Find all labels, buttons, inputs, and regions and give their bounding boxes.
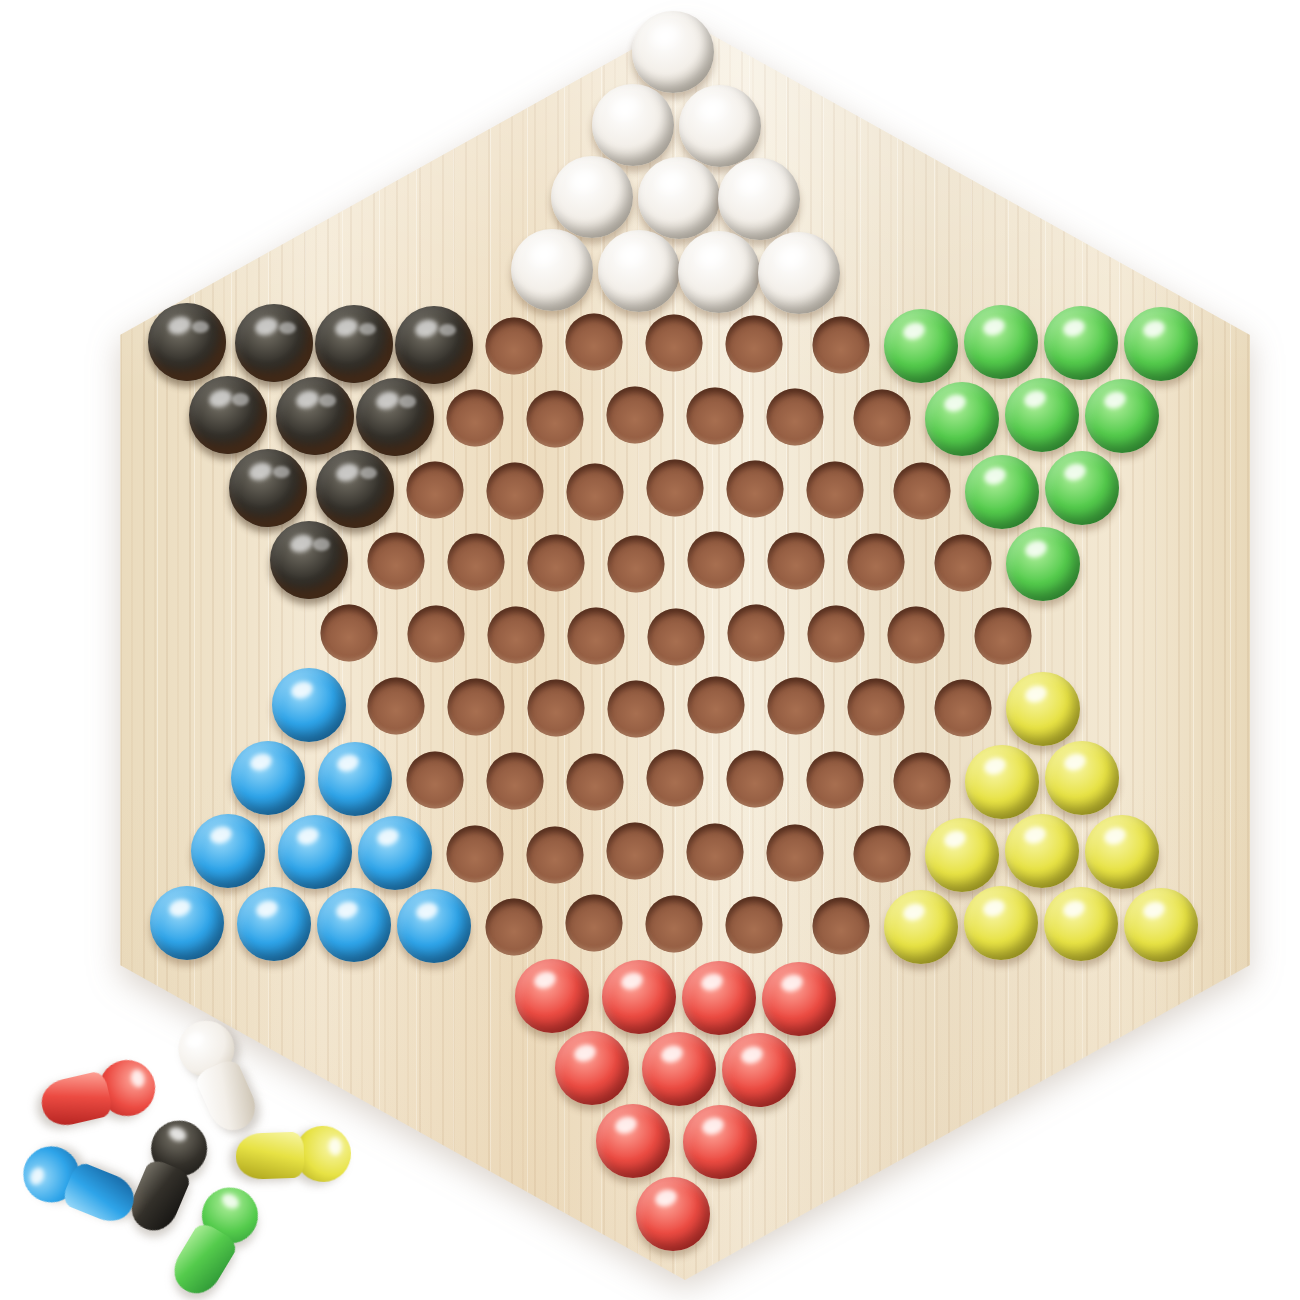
peg-white[interactable]: [718, 158, 800, 240]
peg-white[interactable]: [638, 157, 720, 239]
peg-red[interactable]: [636, 1177, 710, 1251]
peg-blue[interactable]: [150, 886, 224, 960]
hole-r7c7[interactable]: [727, 460, 784, 517]
peg-blue[interactable]: [191, 814, 265, 888]
peg-green[interactable]: [1124, 307, 1198, 381]
hole-r11c3[interactable]: [407, 752, 464, 809]
peg-blue[interactable]: [278, 815, 352, 889]
peg-yellow[interactable]: [1005, 814, 1079, 888]
peg-red[interactable]: [602, 960, 676, 1034]
peg-white[interactable]: [511, 229, 593, 311]
peg-red[interactable]: [596, 1104, 670, 1178]
peg-black[interactable]: [235, 304, 313, 382]
hole-r7c8[interactable]: [807, 461, 864, 518]
peg-green[interactable]: [1005, 378, 1079, 452]
peg-white[interactable]: [679, 85, 761, 167]
hole-r5c9[interactable]: [813, 317, 870, 374]
hole-r5c8[interactable]: [726, 316, 783, 373]
red-peg-body: [37, 1070, 114, 1130]
hole-r8c8[interactable]: [847, 534, 904, 591]
hole-r9c3[interactable]: [488, 606, 545, 663]
peg-blue[interactable]: [318, 742, 392, 816]
peg-black[interactable]: [229, 449, 307, 527]
peg-black[interactable]: [276, 377, 354, 455]
peg-blue[interactable]: [237, 887, 311, 961]
hole-r10c3[interactable]: [447, 679, 504, 736]
peg-red[interactable]: [515, 959, 589, 1033]
hole-r9c2[interactable]: [408, 605, 465, 662]
hole-r6c7[interactable]: [686, 388, 743, 445]
peg-green[interactable]: [925, 382, 999, 456]
peg-red[interactable]: [555, 1031, 629, 1105]
peg-yellow[interactable]: [1085, 815, 1159, 889]
peg-red[interactable]: [762, 962, 836, 1036]
peg-green[interactable]: [1045, 451, 1119, 525]
hole-r6c4[interactable]: [446, 390, 503, 447]
hole-r13c5[interactable]: [486, 899, 543, 956]
peg-green[interactable]: [1006, 527, 1080, 601]
hole-r10c4[interactable]: [527, 680, 584, 737]
hole-r11c6[interactable]: [647, 750, 704, 807]
hole-r11c9[interactable]: [894, 753, 951, 810]
hole-r12c8[interactable]: [766, 824, 823, 881]
hole-r12c5[interactable]: [526, 826, 583, 883]
hole-r12c7[interactable]: [686, 823, 743, 880]
hole-r6c8[interactable]: [766, 389, 823, 446]
yellow-peg-body: [235, 1132, 305, 1180]
peg-green[interactable]: [1044, 306, 1118, 380]
peg-white[interactable]: [678, 231, 760, 313]
peg-green[interactable]: [1085, 379, 1159, 453]
hole-r5c7[interactable]: [646, 315, 703, 372]
hole-r11c5[interactable]: [567, 754, 624, 811]
hole-r6c5[interactable]: [526, 391, 583, 448]
peg-blue[interactable]: [397, 889, 471, 963]
hole-r9c4[interactable]: [568, 607, 625, 664]
hole-r9c7[interactable]: [808, 605, 865, 662]
hole-r5c5[interactable]: [486, 318, 543, 375]
hole-r12c4[interactable]: [446, 825, 503, 882]
hole-r9c8[interactable]: [888, 606, 945, 663]
peg-red[interactable]: [642, 1032, 716, 1106]
peg-yellow[interactable]: [1006, 672, 1080, 746]
hole-r10c9[interactable]: [934, 680, 991, 737]
hole-r7c5[interactable]: [567, 463, 624, 520]
peg-white[interactable]: [598, 230, 680, 312]
hole-r7c3[interactable]: [407, 461, 464, 518]
hole-r13c9[interactable]: [813, 898, 870, 955]
peg-black[interactable]: [356, 378, 434, 456]
hole-r6c9[interactable]: [853, 390, 910, 447]
peg-white[interactable]: [592, 84, 674, 166]
hole-r13c7[interactable]: [646, 896, 703, 953]
hole-r11c7[interactable]: [727, 751, 784, 808]
hole-r9c1[interactable]: [321, 604, 378, 661]
peg-black[interactable]: [315, 305, 393, 383]
hole-r8c5[interactable]: [607, 536, 664, 593]
peg-black[interactable]: [148, 303, 226, 381]
peg-red[interactable]: [682, 961, 756, 1035]
hole-r12c6[interactable]: [606, 822, 663, 879]
hole-r10c7[interactable]: [767, 678, 824, 735]
hole-r8c6[interactable]: [687, 532, 744, 589]
hole-r7c4[interactable]: [487, 462, 544, 519]
hole-r8c2[interactable]: [367, 533, 424, 590]
hole-r7c9[interactable]: [894, 462, 951, 519]
peg-red[interactable]: [722, 1033, 796, 1107]
peg-blue[interactable]: [272, 668, 346, 742]
hole-r8c7[interactable]: [767, 533, 824, 590]
hole-r9c6[interactable]: [728, 604, 785, 661]
hole-r12c9[interactable]: [853, 825, 910, 882]
hole-r8c9[interactable]: [934, 535, 991, 592]
peg-red[interactable]: [683, 1105, 757, 1179]
hole-r5c6[interactable]: [566, 314, 623, 371]
peg-green[interactable]: [965, 455, 1039, 529]
hole-r6c6[interactable]: [606, 387, 663, 444]
hole-r10c6[interactable]: [687, 677, 744, 734]
peg-white[interactable]: [551, 156, 633, 238]
loose-peg-yellow[interactable]: [232, 1124, 352, 1186]
peg-black[interactable]: [270, 521, 348, 599]
hole-r8c3[interactable]: [447, 534, 504, 591]
peg-blue[interactable]: [358, 816, 432, 890]
peg-yellow[interactable]: [1124, 888, 1198, 962]
peg-yellow[interactable]: [965, 745, 1039, 819]
peg-white[interactable]: [632, 11, 714, 93]
hole-r8c4[interactable]: [527, 535, 584, 592]
peg-yellow[interactable]: [884, 890, 958, 964]
hole-r10c2[interactable]: [367, 678, 424, 735]
hole-r9c5[interactable]: [648, 608, 705, 665]
hole-r11c8[interactable]: [807, 752, 864, 809]
peg-green[interactable]: [964, 305, 1038, 379]
peg-yellow[interactable]: [1044, 887, 1118, 961]
hole-r13c8[interactable]: [726, 897, 783, 954]
hole-r13c6[interactable]: [566, 895, 623, 952]
peg-green[interactable]: [884, 309, 958, 383]
peg-yellow[interactable]: [964, 886, 1038, 960]
hole-r9c9[interactable]: [975, 607, 1032, 664]
peg-blue[interactable]: [317, 888, 391, 962]
hole-r7c6[interactable]: [647, 459, 704, 516]
peg-black[interactable]: [189, 376, 267, 454]
hole-r11c4[interactable]: [487, 753, 544, 810]
scene: [0, 0, 1300, 1300]
peg-black[interactable]: [316, 450, 394, 528]
hole-r10c8[interactable]: [847, 679, 904, 736]
peg-blue[interactable]: [231, 741, 305, 815]
peg-yellow[interactable]: [925, 818, 999, 892]
peg-black[interactable]: [395, 306, 473, 384]
peg-yellow[interactable]: [1045, 741, 1119, 815]
peg-white[interactable]: [758, 232, 840, 314]
hole-r10c5[interactable]: [607, 681, 664, 738]
